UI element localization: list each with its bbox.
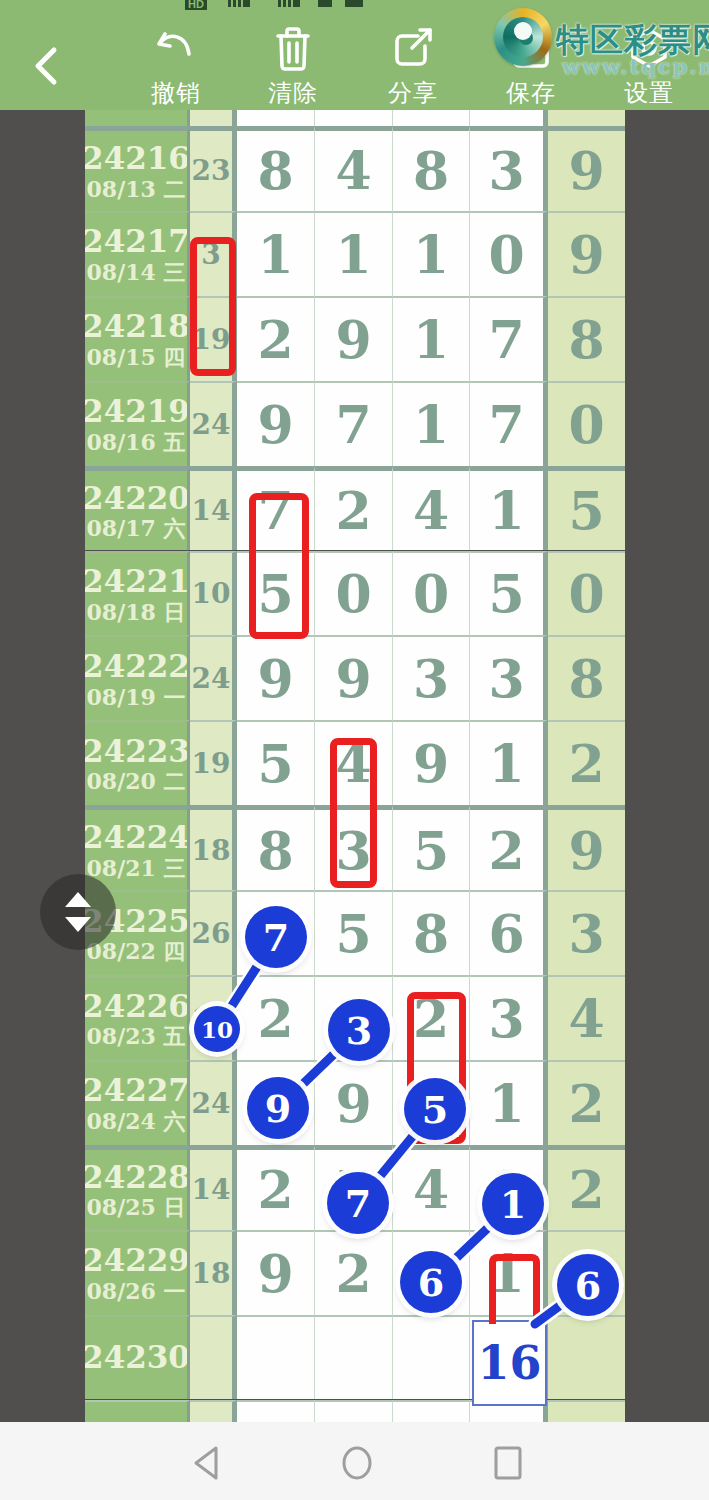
digit-cell: 9 bbox=[237, 381, 315, 466]
draw-issue: 24227 bbox=[85, 1073, 190, 1109]
sum-cell: 18 bbox=[190, 1230, 237, 1315]
undo-icon bbox=[133, 26, 219, 72]
clear-label: 清除 bbox=[250, 77, 336, 109]
digit-cell: 9 bbox=[237, 1230, 315, 1315]
last-digit-cell: 5 bbox=[548, 466, 625, 551]
draw-issue: 24229 bbox=[85, 1243, 190, 1279]
undo-label: 撤销 bbox=[133, 77, 219, 109]
draw-date: 08/22 四 bbox=[87, 939, 186, 963]
battery-icon bbox=[318, 0, 332, 7]
sum-cell: 3 bbox=[190, 211, 237, 296]
draw-row: 24230 bbox=[85, 1315, 625, 1400]
draw-info-cell: 24229 08/26 一 bbox=[85, 1230, 190, 1315]
digit-cell: 2 bbox=[315, 466, 393, 551]
last-digit-cell: 2 bbox=[548, 720, 625, 805]
draw-issue: 24216 bbox=[85, 141, 190, 177]
save-icon bbox=[488, 26, 574, 72]
draw-date: 08/26 一 bbox=[87, 1279, 186, 1303]
digit-cell: 6 bbox=[393, 1230, 470, 1315]
draw-issue: 24217 bbox=[85, 224, 190, 260]
digit-cell bbox=[315, 110, 393, 126]
draw-info-cell: 24217 08/14 三 bbox=[85, 211, 190, 296]
nav-recents-button[interactable] bbox=[492, 1444, 524, 1482]
draw-issue: 24226 bbox=[85, 989, 190, 1025]
digit-cell: 1 bbox=[393, 211, 470, 296]
sum-cell: 18 bbox=[190, 805, 237, 890]
digit-cell bbox=[237, 1315, 315, 1400]
digit-cell bbox=[393, 110, 470, 126]
last-digit-cell: 9 bbox=[548, 805, 625, 890]
draw-row: 24220 08/17 六 14 7 2 4 1 5 bbox=[85, 466, 625, 551]
undo-button[interactable]: 撤销 bbox=[133, 26, 219, 109]
draw-row: 24217 08/14 三 3 1 1 1 0 9 bbox=[85, 211, 625, 296]
digit-cell: 8 bbox=[237, 126, 315, 211]
draw-issue: 24222 bbox=[85, 649, 190, 685]
digit-cell: 1 bbox=[393, 296, 470, 381]
digit-cell bbox=[470, 1315, 548, 1400]
draw-row: 24229 08/26 一 18 9 2 6 1 6 bbox=[85, 1230, 625, 1315]
draw-row: 24228 08/25 日 14 2 7 4 1 2 bbox=[85, 1145, 625, 1230]
last-digit-cell: 2 bbox=[548, 1145, 625, 1230]
draw-row: 24227 08/24 六 24 9 9 5 1 2 bbox=[85, 1060, 625, 1145]
digit-cell bbox=[237, 1400, 315, 1423]
draw-row: 24221 08/18 日 10 5 0 0 5 0 bbox=[85, 551, 625, 636]
digit-cell: 5 bbox=[470, 551, 548, 636]
digit-cell: 2 bbox=[470, 805, 548, 890]
digit-cell: 7 bbox=[237, 466, 315, 551]
digit-cell: 0 bbox=[470, 211, 548, 296]
draw-issue: 24223 bbox=[85, 734, 190, 770]
draw-info-cell: 24228 08/25 日 bbox=[85, 1145, 190, 1230]
digit-cell bbox=[315, 1315, 393, 1400]
digit-cell: 4 bbox=[393, 466, 470, 551]
board: 24216 08/13 二 23 8 4 8 3 9 24217 08/14 三… bbox=[85, 110, 625, 1422]
digit-cell: 8 bbox=[237, 805, 315, 890]
digit-cell: 2 bbox=[315, 1230, 393, 1315]
sum-cell: 14 bbox=[190, 1145, 237, 1230]
digit-cell: 6 bbox=[470, 890, 548, 975]
draw-date: 08/20 二 bbox=[87, 769, 186, 793]
draw-date: 08/15 四 bbox=[87, 345, 186, 369]
sum-cell bbox=[190, 1400, 237, 1423]
digit-cell: 5 bbox=[393, 1060, 470, 1145]
draw-info-cell bbox=[85, 1400, 190, 1423]
digit-cell: 2 bbox=[237, 1145, 315, 1230]
draw-date: 08/25 日 bbox=[87, 1195, 186, 1219]
sum-cell: 24 bbox=[190, 1060, 237, 1145]
digit-cell bbox=[315, 1400, 393, 1423]
sum-cell: 10 bbox=[190, 551, 237, 636]
sum-cell: 14 bbox=[190, 466, 237, 551]
digit-cell: 7 bbox=[470, 296, 548, 381]
digit-cell: 0 bbox=[393, 551, 470, 636]
last-digit-cell: 8 bbox=[548, 635, 625, 720]
digit-cell: 4 bbox=[315, 126, 393, 211]
sum-cell bbox=[190, 110, 237, 126]
draw-info-cell bbox=[85, 110, 190, 126]
digit-cell: 3 bbox=[393, 635, 470, 720]
gear-icon bbox=[606, 26, 692, 72]
share-button[interactable]: 分享 bbox=[370, 26, 456, 109]
digit-cell: 5 bbox=[237, 720, 315, 805]
last-digit-cell: 9 bbox=[548, 211, 625, 296]
settings-label: 设置 bbox=[606, 77, 692, 109]
digit-cell: 9 bbox=[237, 635, 315, 720]
digit-cell: 7 bbox=[315, 381, 393, 466]
draw-row: 24219 08/16 五 24 9 7 1 7 0 bbox=[85, 381, 625, 466]
digit-cell: 7 bbox=[237, 890, 315, 975]
digit-cell: 3 bbox=[470, 126, 548, 211]
scroll-widget[interactable] bbox=[40, 874, 116, 950]
toolbar: 撤销 清除 分享 bbox=[0, 0, 709, 110]
draw-date: 08/17 六 bbox=[87, 516, 186, 540]
sum-cell: 24 bbox=[190, 381, 237, 466]
draw-issue: 24221 bbox=[85, 564, 190, 600]
digit-cell: 9 bbox=[393, 720, 470, 805]
digit-cell: 2 bbox=[393, 975, 470, 1060]
last-digit-cell bbox=[548, 1315, 625, 1400]
back-button[interactable] bbox=[28, 44, 64, 88]
draw-issue: 24228 bbox=[85, 1160, 190, 1196]
draw-info-cell: 24224 08/21 三 bbox=[85, 805, 190, 890]
digit-cell: 9 bbox=[315, 1060, 393, 1145]
digit-cell: 4 bbox=[393, 1145, 470, 1230]
draw-date: 08/13 二 bbox=[87, 177, 186, 201]
last-digit-cell: 8 bbox=[548, 296, 625, 381]
draw-row: 24216 08/13 二 23 8 4 8 3 9 bbox=[85, 126, 625, 211]
last-digit-cell: 9 bbox=[548, 126, 625, 211]
draw-info-cell: 24218 08/15 四 bbox=[85, 296, 190, 381]
draw-info-cell: 24216 08/13 二 bbox=[85, 126, 190, 211]
draw-date: 08/23 五 bbox=[87, 1024, 186, 1048]
sum-cell: 19 bbox=[190, 720, 237, 805]
digit-cell: 1 bbox=[315, 211, 393, 296]
digit-cell: 8 bbox=[393, 890, 470, 975]
save-label: 保存 bbox=[488, 77, 574, 109]
draw-issue: 24219 bbox=[85, 394, 190, 430]
back-chevron-icon bbox=[28, 44, 64, 88]
last-digit-cell: 0 bbox=[548, 381, 625, 466]
sum-cell bbox=[190, 1315, 237, 1400]
last-digit-cell bbox=[548, 1400, 625, 1423]
digit-cell bbox=[237, 110, 315, 126]
draw-row: 24224 08/21 三 18 8 3 5 2 9 bbox=[85, 805, 625, 890]
partial-row bbox=[85, 1400, 625, 1423]
draw-info-cell: 24230 bbox=[85, 1315, 190, 1400]
draw-issue: 24224 bbox=[85, 820, 190, 856]
digit-cell: 7 bbox=[315, 1145, 393, 1230]
draw-info-cell: 24227 08/24 六 bbox=[85, 1060, 190, 1145]
save-button[interactable]: 保存 bbox=[488, 26, 574, 109]
digit-cell: 3 bbox=[315, 975, 393, 1060]
digit-cell: 1 bbox=[470, 1230, 548, 1315]
digit-cell: 2 bbox=[237, 296, 315, 381]
draw-info-cell: 24226 08/23 五 bbox=[85, 975, 190, 1060]
digit-cell: 9 bbox=[315, 296, 393, 381]
digit-cell bbox=[393, 1315, 470, 1400]
app-screen: HD 撤销 bbox=[0, 0, 709, 1500]
profile-icon bbox=[345, 0, 363, 7]
draw-info-cell: 24223 08/20 二 bbox=[85, 720, 190, 805]
nav-home-button[interactable] bbox=[340, 1444, 374, 1482]
digit-cell: 1 bbox=[470, 720, 548, 805]
digit-cell: 1 bbox=[393, 381, 470, 466]
digit-cell: 3 bbox=[470, 975, 548, 1060]
digit-cell: 1 bbox=[470, 1145, 548, 1230]
draw-issue: 24218 bbox=[85, 309, 190, 345]
sum-cell: 26 bbox=[190, 890, 237, 975]
digit-cell: 9 bbox=[315, 635, 393, 720]
digit-cell: 9 bbox=[237, 1060, 315, 1145]
draw-row: 24226 08/23 五 10 2 3 2 3 4 bbox=[85, 975, 625, 1060]
digit-cell bbox=[470, 110, 548, 126]
settings-button[interactable]: 设置 bbox=[606, 26, 692, 109]
signal-bars-icon bbox=[228, 0, 250, 7]
trash-icon bbox=[250, 26, 336, 72]
digit-cell: 0 bbox=[315, 551, 393, 636]
nav-back-button[interactable] bbox=[188, 1444, 224, 1482]
share-label: 分享 bbox=[370, 77, 456, 109]
draw-info-cell: 24221 08/18 日 bbox=[85, 551, 190, 636]
draw-row: 24222 08/19 一 24 9 9 3 3 8 bbox=[85, 635, 625, 720]
digit-cell: 7 bbox=[470, 381, 548, 466]
draw-row: 24218 08/15 四 19 2 9 1 7 8 bbox=[85, 296, 625, 381]
draw-info-cell: 24222 08/19 一 bbox=[85, 635, 190, 720]
draw-date: 08/16 五 bbox=[87, 430, 186, 454]
hd-badge-icon: HD bbox=[185, 0, 207, 10]
draw-date: 08/21 三 bbox=[87, 856, 186, 880]
scroll-down-icon[interactable] bbox=[65, 917, 91, 932]
digit-cell: 3 bbox=[315, 805, 393, 890]
digit-cell bbox=[393, 1400, 470, 1423]
sum-cell: 10 bbox=[190, 975, 237, 1060]
last-digit-cell: 0 bbox=[548, 551, 625, 636]
draw-info-cell: 24220 08/17 六 bbox=[85, 466, 190, 551]
android-nav-bar bbox=[0, 1422, 709, 1500]
digit-cell: 5 bbox=[315, 890, 393, 975]
sum-cell: 23 bbox=[190, 126, 237, 211]
digit-cell: 2 bbox=[237, 975, 315, 1060]
draw-date: 08/18 日 bbox=[87, 600, 186, 624]
digit-cell: 1 bbox=[470, 466, 548, 551]
last-digit-cell: 2 bbox=[548, 1060, 625, 1145]
last-digit-cell bbox=[548, 110, 625, 126]
last-digit-cell: 3 bbox=[548, 890, 625, 975]
sum-cell: 19 bbox=[190, 296, 237, 381]
clear-button[interactable]: 清除 bbox=[250, 26, 336, 109]
draw-date: 08/19 一 bbox=[87, 685, 186, 709]
share-icon bbox=[370, 26, 456, 72]
digit-cell: 1 bbox=[237, 211, 315, 296]
draw-row: 24225 08/22 四 26 7 5 8 6 3 bbox=[85, 890, 625, 975]
digit-cell: 4 bbox=[315, 720, 393, 805]
digit-cell: 3 bbox=[470, 635, 548, 720]
digit-cell bbox=[470, 1400, 548, 1423]
partial-row bbox=[85, 110, 625, 126]
status-bar: HD bbox=[0, 0, 709, 10]
last-digit-cell: 6 bbox=[548, 1230, 625, 1315]
scroll-up-icon[interactable] bbox=[65, 892, 91, 907]
digit-cell: 8 bbox=[393, 126, 470, 211]
draw-row: 24223 08/20 二 19 5 4 9 1 2 bbox=[85, 720, 625, 805]
digit-cell: 1 bbox=[470, 1060, 548, 1145]
draw-issue: 24230 bbox=[85, 1340, 190, 1376]
digit-cell: 5 bbox=[237, 551, 315, 636]
signal-bars-icon bbox=[278, 0, 300, 7]
trend-chart-canvas[interactable]: 24216 08/13 二 23 8 4 8 3 9 24217 08/14 三… bbox=[0, 110, 709, 1422]
sum-cell: 24 bbox=[190, 635, 237, 720]
draw-date: 08/24 六 bbox=[87, 1109, 186, 1133]
draw-date: 08/14 三 bbox=[87, 260, 186, 284]
draw-info-cell: 24219 08/16 五 bbox=[85, 381, 190, 466]
draw-issue: 24220 bbox=[85, 481, 190, 517]
last-digit-cell: 4 bbox=[548, 975, 625, 1060]
digit-cell: 5 bbox=[393, 805, 470, 890]
